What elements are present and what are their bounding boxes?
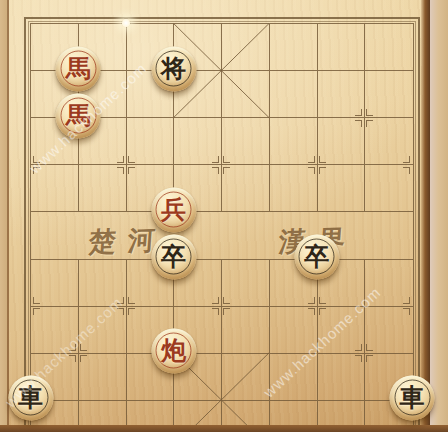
piece-character: 馬 (56, 92, 101, 137)
piece-character: 車 (390, 374, 435, 419)
point-marker (69, 344, 87, 362)
piece-character: 兵 (151, 186, 196, 231)
point-marker (355, 109, 373, 127)
piece-character: 炮 (151, 327, 196, 372)
board-cell (222, 71, 270, 118)
xiangqi-board-screenshot: 楚河 漢界 馬将馬兵卒卒炮車車 www.hackhome.com www.hac… (0, 0, 448, 432)
piece-black-general[interactable]: 将 (151, 46, 196, 91)
board-cell (270, 354, 318, 401)
piece-character: 卒 (151, 233, 196, 278)
board-edge-left (0, 0, 7, 432)
point-marker (212, 297, 230, 315)
piece-red-soldier[interactable]: 兵 (151, 187, 196, 232)
board-cell (365, 24, 413, 71)
piece-black-chariot[interactable]: 車 (8, 375, 53, 420)
board-cell (270, 24, 318, 71)
highlight-dot (121, 18, 130, 27)
piece-character: 車 (8, 374, 53, 419)
table-surface-right (430, 0, 448, 432)
piece-black-soldier[interactable]: 卒 (151, 234, 196, 279)
piece-red-cannon[interactable]: 炮 (151, 328, 196, 373)
point-marker (308, 297, 326, 315)
piece-red-horse[interactable]: 馬 (56, 46, 101, 91)
board-cell (222, 24, 270, 71)
board-edge-bottom (0, 425, 448, 432)
point-marker (117, 297, 135, 315)
point-marker (355, 344, 373, 362)
board-cell (222, 212, 270, 259)
point-marker (22, 297, 40, 315)
piece-character: 卒 (294, 233, 339, 278)
piece-character: 将 (151, 45, 196, 90)
board-cell (31, 212, 79, 259)
point-marker (403, 297, 421, 315)
piece-black-soldier[interactable]: 卒 (294, 234, 339, 279)
point-marker (117, 156, 135, 174)
board-cell (318, 24, 366, 71)
point-marker (308, 156, 326, 174)
board-cell (365, 212, 413, 259)
board-cell (222, 354, 270, 401)
point-marker (403, 156, 421, 174)
board-edge-right (421, 0, 430, 432)
piece-red-horse[interactable]: 馬 (56, 93, 101, 138)
piece-character: 馬 (56, 45, 101, 90)
board-cell (270, 71, 318, 118)
board-edge-left-line (7, 0, 9, 432)
point-marker (212, 156, 230, 174)
piece-black-chariot[interactable]: 車 (390, 375, 435, 420)
point-marker (22, 156, 40, 174)
